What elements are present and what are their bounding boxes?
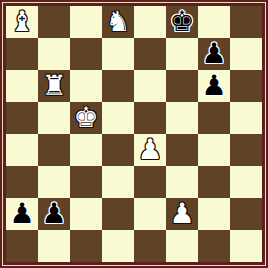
- square-g8[interactable]: [198, 6, 230, 38]
- square-d1[interactable]: [102, 230, 134, 262]
- square-d5[interactable]: [102, 102, 134, 134]
- square-c8[interactable]: [70, 6, 102, 38]
- black-pawn[interactable]: ♟: [201, 70, 226, 102]
- square-g1[interactable]: [198, 230, 230, 262]
- square-e8[interactable]: [134, 6, 166, 38]
- square-h6[interactable]: [230, 70, 262, 102]
- square-f5[interactable]: [166, 102, 198, 134]
- white-pawn[interactable]: ♟: [169, 198, 194, 230]
- square-c4[interactable]: [70, 134, 102, 166]
- square-h1[interactable]: [230, 230, 262, 262]
- black-pawn[interactable]: ♟: [9, 198, 34, 230]
- square-f3[interactable]: [166, 166, 198, 198]
- square-g3[interactable]: [198, 166, 230, 198]
- square-a7[interactable]: [6, 38, 38, 70]
- square-e6[interactable]: [134, 70, 166, 102]
- square-d8[interactable]: ♞: [102, 6, 134, 38]
- square-b1[interactable]: [38, 230, 70, 262]
- square-a8[interactable]: ♝: [6, 6, 38, 38]
- white-knight[interactable]: ♞: [105, 6, 130, 38]
- square-d7[interactable]: [102, 38, 134, 70]
- square-h5[interactable]: [230, 102, 262, 134]
- white-rook[interactable]: ♜: [41, 70, 66, 102]
- square-h8[interactable]: [230, 6, 262, 38]
- square-e3[interactable]: [134, 166, 166, 198]
- square-a4[interactable]: [6, 134, 38, 166]
- square-a5[interactable]: [6, 102, 38, 134]
- square-d3[interactable]: [102, 166, 134, 198]
- square-e5[interactable]: [134, 102, 166, 134]
- square-h3[interactable]: [230, 166, 262, 198]
- square-c7[interactable]: [70, 38, 102, 70]
- white-pawn[interactable]: ♟: [137, 134, 162, 166]
- square-f8[interactable]: ♚: [166, 6, 198, 38]
- square-e7[interactable]: [134, 38, 166, 70]
- square-f6[interactable]: [166, 70, 198, 102]
- black-pawn[interactable]: ♟: [201, 38, 226, 70]
- chess-board[interactable]: ♝♞♚♟♜♟♚♟♟♟♟: [6, 6, 262, 262]
- square-h7[interactable]: [230, 38, 262, 70]
- square-b8[interactable]: [38, 6, 70, 38]
- square-c1[interactable]: [70, 230, 102, 262]
- square-d4[interactable]: [102, 134, 134, 166]
- board-frame-pinstripe: ♝♞♚♟♜♟♚♟♟♟♟: [2, 2, 266, 266]
- square-b7[interactable]: [38, 38, 70, 70]
- square-g5[interactable]: [198, 102, 230, 134]
- white-king[interactable]: ♚: [73, 102, 98, 134]
- square-c3[interactable]: [70, 166, 102, 198]
- square-e4[interactable]: ♟: [134, 134, 166, 166]
- square-f7[interactable]: [166, 38, 198, 70]
- square-a3[interactable]: [6, 166, 38, 198]
- board-frame: ♝♞♚♟♜♟♚♟♟♟♟: [0, 0, 268, 268]
- square-g2[interactable]: [198, 198, 230, 230]
- black-king[interactable]: ♚: [169, 6, 194, 38]
- square-f2[interactable]: ♟: [166, 198, 198, 230]
- square-d2[interactable]: [102, 198, 134, 230]
- square-a2[interactable]: ♟: [6, 198, 38, 230]
- square-b4[interactable]: [38, 134, 70, 166]
- square-c6[interactable]: [70, 70, 102, 102]
- square-h4[interactable]: [230, 134, 262, 166]
- square-b5[interactable]: [38, 102, 70, 134]
- square-b6[interactable]: ♜: [38, 70, 70, 102]
- square-d6[interactable]: [102, 70, 134, 102]
- square-e2[interactable]: [134, 198, 166, 230]
- square-a6[interactable]: [6, 70, 38, 102]
- square-c5[interactable]: ♚: [70, 102, 102, 134]
- black-pawn[interactable]: ♟: [41, 198, 66, 230]
- square-g6[interactable]: ♟: [198, 70, 230, 102]
- square-h2[interactable]: [230, 198, 262, 230]
- square-g4[interactable]: [198, 134, 230, 166]
- square-b3[interactable]: [38, 166, 70, 198]
- square-a1[interactable]: [6, 230, 38, 262]
- white-bishop[interactable]: ♝: [9, 6, 34, 38]
- square-f1[interactable]: [166, 230, 198, 262]
- square-b2[interactable]: ♟: [38, 198, 70, 230]
- square-f4[interactable]: [166, 134, 198, 166]
- square-g7[interactable]: ♟: [198, 38, 230, 70]
- square-e1[interactable]: [134, 230, 166, 262]
- square-c2[interactable]: [70, 198, 102, 230]
